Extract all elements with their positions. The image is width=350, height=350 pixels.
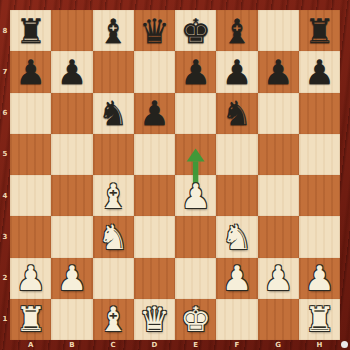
square-h6[interactable] [299, 93, 340, 134]
piece-black-pawn[interactable]: ♟ [216, 51, 257, 92]
square-h1[interactable]: ♜ [299, 299, 340, 340]
square-e7[interactable]: ♟ [175, 51, 216, 92]
piece-white-pawn[interactable]: ♟ [175, 175, 216, 216]
piece-black-pawn[interactable]: ♟ [134, 93, 175, 134]
square-d8[interactable]: ♛ [134, 10, 175, 51]
piece-black-pawn[interactable]: ♟ [175, 51, 216, 92]
square-b8[interactable] [51, 10, 92, 51]
piece-white-rook[interactable]: ♜ [10, 299, 51, 340]
square-f6[interactable]: ♞ [216, 93, 257, 134]
piece-white-bishop[interactable]: ♝ [93, 175, 134, 216]
square-d2[interactable] [134, 258, 175, 299]
piece-white-knight[interactable]: ♞ [93, 216, 134, 257]
square-c2[interactable] [93, 258, 134, 299]
square-h8[interactable]: ♜ [299, 10, 340, 51]
board-grid: ♜♝♛♚♝♜♟♟♟♟♟♟♞♟♞♝♟♞♞♟♟♟♟♟♜♝♛♚♜ [10, 10, 340, 340]
file-label-g: G [258, 340, 299, 350]
square-g3[interactable] [258, 216, 299, 257]
square-e6[interactable] [175, 93, 216, 134]
piece-black-rook[interactable]: ♜ [10, 10, 51, 51]
square-f2[interactable]: ♟ [216, 258, 257, 299]
piece-white-knight[interactable]: ♞ [216, 216, 257, 257]
file-label-d: D [134, 340, 175, 350]
piece-black-rook[interactable]: ♜ [299, 10, 340, 51]
square-c4[interactable]: ♝ [93, 175, 134, 216]
file-label-c: C [93, 340, 134, 350]
piece-black-pawn[interactable]: ♟ [299, 51, 340, 92]
square-g8[interactable] [258, 10, 299, 51]
square-d5[interactable] [134, 134, 175, 175]
square-d7[interactable] [134, 51, 175, 92]
piece-white-pawn[interactable]: ♟ [51, 258, 92, 299]
square-h7[interactable]: ♟ [299, 51, 340, 92]
square-a3[interactable] [10, 216, 51, 257]
rank-label-1: 1 [0, 299, 10, 340]
file-label-h: H [299, 340, 340, 350]
piece-black-pawn[interactable]: ♟ [51, 51, 92, 92]
white-to-move-indicator-dot [341, 341, 348, 348]
square-b7[interactable]: ♟ [51, 51, 92, 92]
square-d4[interactable] [134, 175, 175, 216]
square-g6[interactable] [258, 93, 299, 134]
square-e2[interactable] [175, 258, 216, 299]
square-e1[interactable]: ♚ [175, 299, 216, 340]
square-e5[interactable] [175, 134, 216, 175]
file-label-b: B [51, 340, 92, 350]
square-c7[interactable] [93, 51, 134, 92]
square-h5[interactable] [299, 134, 340, 175]
piece-white-pawn[interactable]: ♟ [10, 258, 51, 299]
piece-black-king[interactable]: ♚ [175, 10, 216, 51]
chess-board-frame: ♜♝♛♚♝♜♟♟♟♟♟♟♞♟♞♝♟♞♞♟♟♟♟♟♜♝♛♚♜ 87654321 A… [0, 0, 350, 350]
piece-black-bishop[interactable]: ♝ [93, 10, 134, 51]
square-b1[interactable] [51, 299, 92, 340]
square-a1[interactable]: ♜ [10, 299, 51, 340]
rank-label-5: 5 [0, 134, 10, 175]
piece-black-bishop[interactable]: ♝ [216, 10, 257, 51]
piece-black-pawn[interactable]: ♟ [10, 51, 51, 92]
square-f3[interactable]: ♞ [216, 216, 257, 257]
square-f4[interactable] [216, 175, 257, 216]
square-h4[interactable] [299, 175, 340, 216]
square-b2[interactable]: ♟ [51, 258, 92, 299]
square-g1[interactable] [258, 299, 299, 340]
square-a8[interactable]: ♜ [10, 10, 51, 51]
rank-label-8: 8 [0, 10, 10, 51]
square-f8[interactable]: ♝ [216, 10, 257, 51]
square-e3[interactable] [175, 216, 216, 257]
square-a4[interactable] [10, 175, 51, 216]
square-a2[interactable]: ♟ [10, 258, 51, 299]
rank-label-3: 3 [0, 216, 10, 257]
rank-label-4: 4 [0, 175, 10, 216]
square-d1[interactable]: ♛ [134, 299, 175, 340]
square-g5[interactable] [258, 134, 299, 175]
square-g7[interactable]: ♟ [258, 51, 299, 92]
square-c8[interactable]: ♝ [93, 10, 134, 51]
square-g4[interactable] [258, 175, 299, 216]
piece-white-pawn[interactable]: ♟ [258, 258, 299, 299]
file-label-e: E [175, 340, 216, 350]
square-c1[interactable]: ♝ [93, 299, 134, 340]
piece-white-queen[interactable]: ♛ [134, 299, 175, 340]
square-c6[interactable]: ♞ [93, 93, 134, 134]
square-e8[interactable]: ♚ [175, 10, 216, 51]
square-e4[interactable]: ♟ [175, 175, 216, 216]
piece-white-pawn[interactable]: ♟ [299, 258, 340, 299]
piece-black-knight[interactable]: ♞ [93, 93, 134, 134]
piece-white-king[interactable]: ♚ [175, 299, 216, 340]
piece-white-pawn[interactable]: ♟ [216, 258, 257, 299]
square-c3[interactable]: ♞ [93, 216, 134, 257]
square-h3[interactable] [299, 216, 340, 257]
square-f1[interactable] [216, 299, 257, 340]
square-b3[interactable] [51, 216, 92, 257]
rank-label-7: 7 [0, 51, 10, 92]
file-label-a: A [10, 340, 51, 350]
piece-white-bishop[interactable]: ♝ [93, 299, 134, 340]
square-d3[interactable] [134, 216, 175, 257]
square-f7[interactable]: ♟ [216, 51, 257, 92]
file-label-f: F [216, 340, 257, 350]
piece-black-pawn[interactable]: ♟ [258, 51, 299, 92]
square-g2[interactable]: ♟ [258, 258, 299, 299]
rank-label-6: 6 [0, 93, 10, 134]
square-c5[interactable] [93, 134, 134, 175]
square-f5[interactable] [216, 134, 257, 175]
piece-black-queen[interactable]: ♛ [134, 10, 175, 51]
rank-label-2: 2 [0, 258, 10, 299]
square-a7[interactable]: ♟ [10, 51, 51, 92]
square-a5[interactable] [10, 134, 51, 175]
piece-black-knight[interactable]: ♞ [216, 93, 257, 134]
piece-white-rook[interactable]: ♜ [299, 299, 340, 340]
square-h2[interactable]: ♟ [299, 258, 340, 299]
square-d6[interactable]: ♟ [134, 93, 175, 134]
square-b5[interactable] [51, 134, 92, 175]
square-a6[interactable] [10, 93, 51, 134]
square-b6[interactable] [51, 93, 92, 134]
square-b4[interactable] [51, 175, 92, 216]
